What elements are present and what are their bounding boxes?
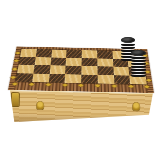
square-r3c5-light — [97, 75, 114, 84]
brass-clasp-right — [133, 103, 140, 111]
square-r2c2-light — [49, 65, 66, 74]
product-photo-checkers-set — [0, 0, 160, 160]
square-r2c3-dark — [65, 66, 81, 75]
brass-diamond-inlay-icon — [62, 83, 67, 86]
brass-diamond-inlay-icon — [29, 83, 34, 86]
box-front-panel — [9, 90, 153, 125]
wooden-game-box — [0, 0, 160, 160]
checker-disc — [131, 74, 146, 77]
square-r3c4-dark — [81, 74, 97, 83]
brass-diamond-inlay-icon — [79, 84, 84, 87]
square-r2c5-dark — [97, 66, 113, 75]
square-r2c1-dark — [33, 65, 50, 74]
brass-diamond-inlay-icon — [95, 84, 100, 87]
square-r3c2-dark — [48, 74, 65, 83]
square-r2c0-light — [17, 65, 34, 74]
black-checker-stack-2 — [131, 50, 146, 77]
brass-diamond-inlay-icon — [128, 85, 133, 88]
square-r3c6-dark — [113, 75, 130, 84]
square-r3c0-dark — [16, 73, 34, 82]
square-r2c6-light — [113, 67, 130, 76]
square-r3c3-light — [65, 74, 82, 83]
brass-clasp-left — [37, 102, 44, 110]
brass-diamond-inlay-icon — [13, 82, 18, 85]
brass-diamond-inlay-icon — [46, 83, 51, 86]
square-r3c1-light — [32, 73, 49, 82]
square-r2c4-light — [81, 66, 97, 75]
brass-diamond-inlay-icon — [112, 85, 117, 88]
brass-corner-bracket — [11, 92, 20, 107]
